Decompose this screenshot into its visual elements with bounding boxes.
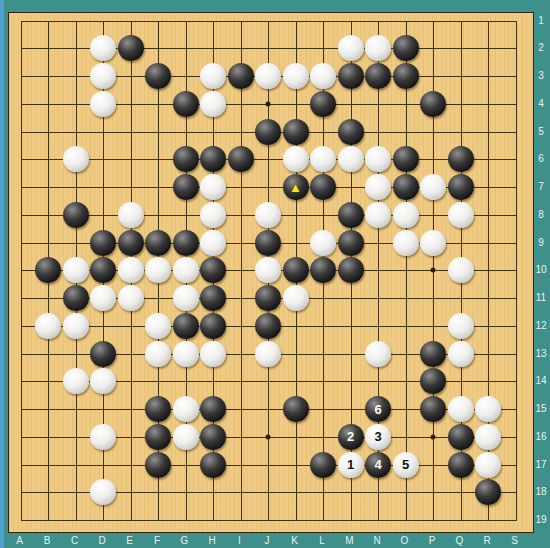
black-stone-F17[interactable] [145,452,171,478]
star-point [431,434,436,439]
white-stone-G15[interactable] [173,396,199,422]
black-stone-K5[interactable] [283,119,309,145]
white-stone-E8[interactable] [118,202,144,228]
move-number-label: 1 [347,458,354,471]
black-stone-M3[interactable] [338,63,364,89]
black-stone-J12[interactable] [255,313,281,339]
black-stone-N3[interactable] [365,63,391,89]
column-label-F: F [154,535,160,546]
column-label-N: N [373,535,380,546]
black-stone-M9[interactable] [338,230,364,256]
white-stone-G13[interactable] [173,341,199,367]
row-label-5: 5 [538,125,544,136]
white-stone-N6[interactable] [365,146,391,172]
black-stone-K10[interactable] [283,257,309,283]
white-stone-O8[interactable] [393,202,419,228]
black-stone-H12[interactable] [200,313,226,339]
white-stone-D3[interactable] [90,63,116,89]
row-label-7: 7 [538,181,544,192]
black-stone-J11[interactable] [255,285,281,311]
column-label-G: G [181,535,189,546]
white-stone-J13[interactable] [255,341,281,367]
column-label-R: R [483,535,490,546]
column-label-H: H [208,535,215,546]
white-stone-H4[interactable] [200,91,226,117]
black-stone-J9[interactable] [255,230,281,256]
row-label-1: 1 [538,14,544,25]
black-stone-J5[interactable] [255,119,281,145]
row-label-18: 18 [535,486,546,497]
white-stone-K3[interactable] [283,63,309,89]
column-label-E: E [126,535,133,546]
white-stone-J10[interactable] [255,257,281,283]
column-label-S: S [511,535,518,546]
row-label-19: 19 [535,514,546,525]
black-stone-H15[interactable] [200,396,226,422]
black-stone-O2[interactable] [393,35,419,61]
white-stone-Q13[interactable] [448,341,474,367]
white-stone-N7[interactable] [365,174,391,200]
black-stone-P15[interactable] [420,396,446,422]
column-label-D: D [98,535,105,546]
triangle-marker-icon: ▲ [289,181,302,194]
column-label-P: P [429,535,436,546]
black-stone-F9[interactable] [145,230,171,256]
go-app-window: ▲623145 ABCDEFGHIJKLMNOPQRS1234567891011… [0,0,550,548]
black-stone-G12[interactable] [173,313,199,339]
star-point [431,268,436,273]
black-stone-P13[interactable] [420,341,446,367]
white-stone-R15[interactable] [475,396,501,422]
black-stone-O6[interactable] [393,146,419,172]
black-stone-M8[interactable] [338,202,364,228]
white-stone-F12[interactable] [145,313,171,339]
column-label-B: B [44,535,51,546]
white-stone-K6[interactable] [283,146,309,172]
black-stone-B10[interactable] [35,257,61,283]
column-label-A: A [16,535,23,546]
white-stone-R16[interactable] [475,424,501,450]
star-point [266,434,271,439]
white-stone-N2[interactable] [365,35,391,61]
white-stone-H3[interactable] [200,63,226,89]
black-stone-E9[interactable] [118,230,144,256]
column-label-C: C [71,535,78,546]
column-label-L: L [319,535,325,546]
white-stone-L3[interactable] [310,63,336,89]
white-stone-D11[interactable] [90,285,116,311]
black-stone-N15[interactable]: 6 [365,396,391,422]
black-stone-C11[interactable] [63,285,89,311]
column-label-M: M [345,535,353,546]
window-edge-strip [0,0,4,548]
white-stone-D4[interactable] [90,91,116,117]
grid-vertical-line [406,21,407,522]
black-stone-I6[interactable] [228,146,254,172]
row-label-15: 15 [535,403,546,414]
move-number-label: 2 [347,430,354,443]
white-stone-J3[interactable] [255,63,281,89]
grid-horizontal-line [21,520,517,521]
black-stone-R18[interactable] [475,479,501,505]
black-stone-G9[interactable] [173,230,199,256]
black-stone-H17[interactable] [200,452,226,478]
column-label-O: O [401,535,409,546]
black-stone-H10[interactable] [200,257,226,283]
white-stone-P7[interactable] [420,174,446,200]
move-number-label: 6 [374,403,381,416]
white-stone-N8[interactable] [365,202,391,228]
white-stone-G10[interactable] [173,257,199,283]
row-label-14: 14 [535,375,546,386]
white-stone-H9[interactable] [200,230,226,256]
white-stone-F10[interactable] [145,257,171,283]
white-stone-Q12[interactable] [448,313,474,339]
black-stone-Q7[interactable] [448,174,474,200]
black-stone-K15[interactable] [283,396,309,422]
white-stone-L6[interactable] [310,146,336,172]
white-stone-D2[interactable] [90,35,116,61]
black-stone-G7[interactable] [173,174,199,200]
row-label-3: 3 [538,70,544,81]
column-label-K: K [291,535,298,546]
black-stone-M10[interactable] [338,257,364,283]
black-stone-D10[interactable] [90,257,116,283]
white-stone-D18[interactable] [90,479,116,505]
black-stone-L17[interactable] [310,452,336,478]
white-stone-Q15[interactable] [448,396,474,422]
white-stone-R17[interactable] [475,452,501,478]
white-stone-O17[interactable]: 5 [393,452,419,478]
white-stone-H7[interactable] [200,174,226,200]
black-stone-N17[interactable]: 4 [365,452,391,478]
black-stone-E2[interactable] [118,35,144,61]
white-stone-P9[interactable] [420,230,446,256]
white-stone-Q10[interactable] [448,257,474,283]
star-point [266,101,271,106]
black-stone-Q6[interactable] [448,146,474,172]
white-stone-C14[interactable] [63,368,89,394]
black-stone-M16[interactable]: 2 [338,424,364,450]
black-stone-O7[interactable] [393,174,419,200]
row-label-16: 16 [535,430,546,441]
white-stone-F13[interactable] [145,341,171,367]
white-stone-G16[interactable] [173,424,199,450]
move-number-label: 5 [402,458,409,471]
black-stone-P4[interactable] [420,91,446,117]
white-stone-N16[interactable]: 3 [365,424,391,450]
black-stone-M5[interactable] [338,119,364,145]
black-stone-F16[interactable] [145,424,171,450]
grid-horizontal-line [21,465,517,466]
white-stone-L9[interactable] [310,230,336,256]
white-stone-D16[interactable] [90,424,116,450]
go-board[interactable]: ▲623145 [8,12,534,533]
white-stone-H8[interactable] [200,202,226,228]
row-label-6: 6 [538,153,544,164]
white-stone-D14[interactable] [90,368,116,394]
row-label-12: 12 [535,319,546,330]
black-stone-H11[interactable] [200,285,226,311]
white-stone-C6[interactable] [63,146,89,172]
black-stone-L10[interactable] [310,257,336,283]
white-stone-Q8[interactable] [448,202,474,228]
black-stone-O3[interactable] [393,63,419,89]
black-stone-C8[interactable] [63,202,89,228]
white-stone-H13[interactable] [200,341,226,367]
black-stone-L7[interactable] [310,174,336,200]
black-stone-Q17[interactable] [448,452,474,478]
black-stone-D13[interactable] [90,341,116,367]
row-label-10: 10 [535,264,546,275]
white-stone-M6[interactable] [338,146,364,172]
white-stone-C10[interactable] [63,257,89,283]
move-number-label: 4 [374,458,381,471]
white-stone-C12[interactable] [63,313,89,339]
black-stone-H16[interactable] [200,424,226,450]
grid-vertical-line [516,21,517,522]
row-label-8: 8 [538,208,544,219]
black-stone-G4[interactable] [173,91,199,117]
white-stone-M17[interactable]: 1 [338,452,364,478]
black-stone-L4[interactable] [310,91,336,117]
column-label-Q: Q [456,535,464,546]
white-stone-G11[interactable] [173,285,199,311]
black-stone-H6[interactable] [200,146,226,172]
black-stone-Q16[interactable] [448,424,474,450]
row-label-2: 2 [538,42,544,53]
column-label-I: I [238,535,241,546]
row-label-4: 4 [538,97,544,108]
black-stone-D9[interactable] [90,230,116,256]
white-stone-E11[interactable] [118,285,144,311]
black-stone-G6[interactable] [173,146,199,172]
black-stone-K7[interactable]: ▲ [283,174,309,200]
black-stone-F3[interactable] [145,63,171,89]
white-stone-E10[interactable] [118,257,144,283]
row-label-11: 11 [536,292,546,303]
white-stone-B12[interactable] [35,313,61,339]
black-stone-P14[interactable] [420,368,446,394]
black-stone-F15[interactable] [145,396,171,422]
row-label-17: 17 [535,458,546,469]
column-label-J: J [265,535,270,546]
row-label-9: 9 [538,236,544,247]
white-stone-O9[interactable] [393,230,419,256]
black-stone-I3[interactable] [228,63,254,89]
row-label-13: 13 [535,347,546,358]
white-stone-M2[interactable] [338,35,364,61]
move-number-label: 3 [374,430,381,443]
white-stone-N13[interactable] [365,341,391,367]
white-stone-J8[interactable] [255,202,281,228]
white-stone-K11[interactable] [283,285,309,311]
